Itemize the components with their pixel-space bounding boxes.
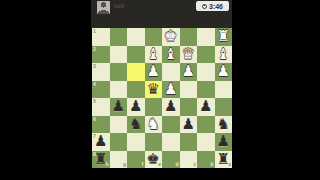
square-e2[interactable]: ♝ bbox=[145, 46, 163, 64]
square-f4[interactable] bbox=[127, 81, 145, 99]
black-knight-a6[interactable]: ♞ bbox=[217, 116, 230, 134]
square-b4[interactable] bbox=[197, 81, 215, 99]
square-b8[interactable]: b bbox=[197, 151, 215, 169]
player-avatar[interactable] bbox=[97, 1, 110, 14]
coord-rank-3: 3 bbox=[93, 64, 96, 69]
clock-time: 3:46 bbox=[209, 3, 223, 10]
white-king-d1[interactable]: ♚ bbox=[164, 28, 177, 46]
square-b5[interactable]: ♟ bbox=[197, 98, 215, 116]
square-d2[interactable]: ♝ bbox=[162, 46, 180, 64]
white-bishop-d2[interactable]: ♝ bbox=[164, 46, 177, 64]
black-pawn-g5[interactable]: ♟ bbox=[112, 98, 125, 116]
white-bishop-e2[interactable]: ♝ bbox=[147, 46, 160, 64]
video-frame: lutfi 3:46 1♚♜2♝♝♛♝3♟♟♟4♛♟5♟♟♟♟6♞♞♟♞7♟♟8… bbox=[0, 0, 320, 180]
black-pawn-h7[interactable]: ♟ bbox=[94, 133, 107, 151]
square-b3[interactable] bbox=[197, 63, 215, 81]
white-pawn-a3[interactable]: ♟ bbox=[217, 63, 230, 81]
coord-file-h: h bbox=[105, 162, 108, 167]
square-c8[interactable]: c bbox=[180, 151, 198, 169]
white-pawn-c3[interactable]: ♟ bbox=[182, 63, 195, 81]
square-d7[interactable] bbox=[162, 133, 180, 151]
coord-rank-4: 4 bbox=[93, 82, 96, 87]
player-clock: 3:46 bbox=[196, 1, 229, 11]
black-queen-e4[interactable]: ♛ bbox=[147, 81, 160, 99]
square-b2[interactable] bbox=[197, 46, 215, 64]
black-pawn-a7[interactable]: ♟ bbox=[217, 133, 230, 151]
square-a8[interactable]: a♜ bbox=[215, 151, 233, 169]
square-c6[interactable]: ♟ bbox=[180, 116, 198, 134]
black-pawn-c6[interactable]: ♟ bbox=[182, 116, 195, 134]
square-g8[interactable]: g bbox=[110, 151, 128, 169]
square-c3[interactable]: ♟ bbox=[180, 63, 198, 81]
coord-file-f: f bbox=[142, 162, 144, 167]
white-knight-e6[interactable]: ♞ bbox=[147, 116, 160, 134]
square-g2[interactable] bbox=[110, 46, 128, 64]
white-pawn-e3[interactable]: ♟ bbox=[147, 63, 160, 81]
square-h5[interactable]: 5 bbox=[92, 98, 110, 116]
square-a7[interactable]: ♟ bbox=[215, 133, 233, 151]
square-f1[interactable] bbox=[127, 28, 145, 46]
square-g3[interactable] bbox=[110, 63, 128, 81]
coord-rank-6: 6 bbox=[93, 117, 96, 122]
square-c5[interactable] bbox=[180, 98, 198, 116]
black-pawn-b5[interactable]: ♟ bbox=[199, 98, 212, 116]
square-a1[interactable]: ♜ bbox=[215, 28, 233, 46]
coord-file-a: a bbox=[228, 162, 231, 167]
white-pawn-d4[interactable]: ♟ bbox=[164, 81, 177, 99]
square-a2[interactable]: ♝ bbox=[215, 46, 233, 64]
white-rook-a1[interactable]: ♜ bbox=[217, 28, 230, 46]
coord-file-g: g bbox=[123, 162, 126, 167]
square-h3[interactable]: 3 bbox=[92, 63, 110, 81]
square-h8[interactable]: 8h♜ bbox=[92, 151, 110, 169]
square-d6[interactable] bbox=[162, 116, 180, 134]
square-g1[interactable] bbox=[110, 28, 128, 46]
square-e4[interactable]: ♛ bbox=[145, 81, 163, 99]
square-h1[interactable]: 1 bbox=[92, 28, 110, 46]
square-g7[interactable] bbox=[110, 133, 128, 151]
square-g5[interactable]: ♟ bbox=[110, 98, 128, 116]
square-h6[interactable]: 6 bbox=[92, 116, 110, 134]
square-e6[interactable]: ♞ bbox=[145, 116, 163, 134]
chess-board[interactable]: 1♚♜2♝♝♛♝3♟♟♟4♛♟5♟♟♟♟6♞♞♟♞7♟♟8h♜gfe♚dcba♜ bbox=[92, 28, 232, 168]
square-g4[interactable] bbox=[110, 81, 128, 99]
coord-file-d: d bbox=[175, 162, 178, 167]
square-f6[interactable]: ♞ bbox=[127, 116, 145, 134]
coord-file-c: c bbox=[193, 162, 196, 167]
square-b7[interactable] bbox=[197, 133, 215, 151]
square-d8[interactable]: d bbox=[162, 151, 180, 169]
player-username: lutfi bbox=[114, 3, 124, 9]
square-d5[interactable]: ♟ bbox=[162, 98, 180, 116]
coord-rank-5: 5 bbox=[93, 99, 96, 104]
square-f8[interactable]: f bbox=[127, 151, 145, 169]
square-g6[interactable] bbox=[110, 116, 128, 134]
black-pawn-f5[interactable]: ♟ bbox=[129, 98, 142, 116]
square-e1[interactable] bbox=[145, 28, 163, 46]
square-c1[interactable] bbox=[180, 28, 198, 46]
coord-rank-1: 1 bbox=[93, 29, 96, 34]
white-bishop-a2[interactable]: ♝ bbox=[217, 46, 230, 64]
coord-rank-2: 2 bbox=[93, 47, 96, 52]
square-e5[interactable] bbox=[145, 98, 163, 116]
coord-rank-8: 8 bbox=[93, 152, 96, 157]
square-a5[interactable] bbox=[215, 98, 233, 116]
square-c7[interactable] bbox=[180, 133, 198, 151]
white-queen-c2[interactable]: ♛ bbox=[182, 46, 195, 64]
top-player-bar: lutfi 3:46 bbox=[91, 0, 232, 28]
square-f7[interactable] bbox=[127, 133, 145, 151]
square-a3[interactable]: ♟ bbox=[215, 63, 233, 81]
square-b1[interactable] bbox=[197, 28, 215, 46]
coord-file-b: b bbox=[210, 162, 213, 167]
square-f2[interactable] bbox=[127, 46, 145, 64]
square-e8[interactable]: e♚ bbox=[145, 151, 163, 169]
square-d1[interactable]: ♚ bbox=[162, 28, 180, 46]
square-h2[interactable]: 2 bbox=[92, 46, 110, 64]
square-e7[interactable] bbox=[145, 133, 163, 151]
square-c2[interactable]: ♛ bbox=[180, 46, 198, 64]
square-f5[interactable]: ♟ bbox=[127, 98, 145, 116]
square-a6[interactable]: ♞ bbox=[215, 116, 233, 134]
square-d3[interactable] bbox=[162, 63, 180, 81]
square-e3[interactable]: ♟ bbox=[145, 63, 163, 81]
clock-icon bbox=[202, 4, 207, 9]
coord-rank-7: 7 bbox=[93, 134, 96, 139]
square-h4[interactable]: 4 bbox=[92, 81, 110, 99]
square-h7[interactable]: 7♟ bbox=[92, 133, 110, 151]
square-f3[interactable] bbox=[127, 63, 145, 81]
black-knight-f6[interactable]: ♞ bbox=[129, 116, 142, 134]
square-c4[interactable] bbox=[180, 81, 198, 99]
square-b6[interactable] bbox=[197, 116, 215, 134]
square-a4[interactable] bbox=[215, 81, 233, 99]
square-d4[interactable]: ♟ bbox=[162, 81, 180, 99]
black-pawn-d5[interactable]: ♟ bbox=[164, 98, 177, 116]
coord-file-e: e bbox=[158, 162, 161, 167]
